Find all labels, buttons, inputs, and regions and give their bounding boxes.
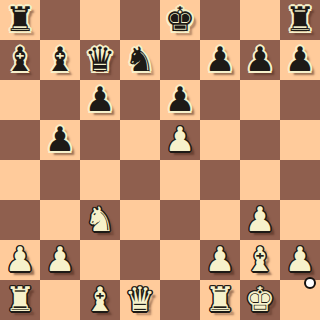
piece-black-pawn-g7[interactable]: ♟ <box>245 39 275 79</box>
square-a1[interactable]: ♜ <box>0 280 40 320</box>
square-b7[interactable]: ♝ <box>40 40 80 80</box>
square-h7[interactable]: ♟ <box>280 40 320 80</box>
square-e8[interactable]: ♚ <box>160 0 200 40</box>
piece-black-king-e8[interactable]: ♚ <box>165 0 195 39</box>
piece-black-pawn-b5[interactable]: ♟ <box>45 119 75 159</box>
square-a3[interactable] <box>0 200 40 240</box>
piece-white-queen-d1[interactable]: ♛ <box>125 279 155 319</box>
piece-black-rook-a8[interactable]: ♜ <box>5 0 35 39</box>
square-e1[interactable] <box>160 280 200 320</box>
piece-black-queen-c7[interactable]: ♛ <box>85 39 115 79</box>
square-h6[interactable] <box>280 80 320 120</box>
piece-black-pawn-f7[interactable]: ♟ <box>205 39 235 79</box>
piece-black-pawn-h7[interactable]: ♟ <box>285 39 315 79</box>
white-to-move-indicator <box>304 277 316 289</box>
square-d8[interactable] <box>120 0 160 40</box>
square-e6[interactable]: ♟ <box>160 80 200 120</box>
square-g3[interactable]: ♟ <box>240 200 280 240</box>
piece-white-rook-a1[interactable]: ♜ <box>5 279 35 319</box>
piece-black-pawn-e6[interactable]: ♟ <box>165 79 195 119</box>
piece-black-bishop-a7[interactable]: ♝ <box>5 39 35 79</box>
square-a7[interactable]: ♝ <box>0 40 40 80</box>
square-c3[interactable]: ♞ <box>80 200 120 240</box>
square-b1[interactable] <box>40 280 80 320</box>
square-c2[interactable] <box>80 240 120 280</box>
piece-white-pawn-h2[interactable]: ♟ <box>285 239 315 279</box>
piece-white-bishop-c1[interactable]: ♝ <box>85 279 115 319</box>
square-a4[interactable] <box>0 160 40 200</box>
square-f5[interactable] <box>200 120 240 160</box>
square-d4[interactable] <box>120 160 160 200</box>
square-e2[interactable] <box>160 240 200 280</box>
square-h5[interactable] <box>280 120 320 160</box>
piece-white-pawn-f2[interactable]: ♟ <box>205 239 235 279</box>
square-d6[interactable] <box>120 80 160 120</box>
square-g8[interactable] <box>240 0 280 40</box>
square-g2[interactable]: ♝ <box>240 240 280 280</box>
piece-black-knight-d7[interactable]: ♞ <box>125 39 155 79</box>
square-b8[interactable] <box>40 0 80 40</box>
square-e4[interactable] <box>160 160 200 200</box>
square-b4[interactable] <box>40 160 80 200</box>
square-b3[interactable] <box>40 200 80 240</box>
piece-white-king-g1[interactable]: ♚ <box>245 279 275 319</box>
square-f2[interactable]: ♟ <box>200 240 240 280</box>
square-g4[interactable] <box>240 160 280 200</box>
piece-black-bishop-b7[interactable]: ♝ <box>45 39 75 79</box>
square-h3[interactable] <box>280 200 320 240</box>
square-f4[interactable] <box>200 160 240 200</box>
square-f6[interactable] <box>200 80 240 120</box>
square-d5[interactable] <box>120 120 160 160</box>
piece-white-pawn-a2[interactable]: ♟ <box>5 239 35 279</box>
square-c5[interactable] <box>80 120 120 160</box>
square-e7[interactable] <box>160 40 200 80</box>
square-f8[interactable] <box>200 0 240 40</box>
square-a2[interactable]: ♟ <box>0 240 40 280</box>
square-c1[interactable]: ♝ <box>80 280 120 320</box>
square-f7[interactable]: ♟ <box>200 40 240 80</box>
square-d3[interactable] <box>120 200 160 240</box>
piece-white-rook-f1[interactable]: ♜ <box>205 279 235 319</box>
square-f1[interactable]: ♜ <box>200 280 240 320</box>
square-c8[interactable] <box>80 0 120 40</box>
piece-white-pawn-e5[interactable]: ♟ <box>165 119 195 159</box>
piece-white-pawn-b2[interactable]: ♟ <box>45 239 75 279</box>
square-d7[interactable]: ♞ <box>120 40 160 80</box>
square-g5[interactable] <box>240 120 280 160</box>
square-d1[interactable]: ♛ <box>120 280 160 320</box>
square-c6[interactable]: ♟ <box>80 80 120 120</box>
piece-black-pawn-c6[interactable]: ♟ <box>85 79 115 119</box>
square-a6[interactable] <box>0 80 40 120</box>
square-b6[interactable] <box>40 80 80 120</box>
chess-board: ♜♚♜♝♝♛♞♟♟♟♟♟♟♟♞♟♟♟♟♝♟♜♝♛♜♚ <box>0 0 320 320</box>
square-h8[interactable]: ♜ <box>280 0 320 40</box>
square-e5[interactable]: ♟ <box>160 120 200 160</box>
chess-diagram: ♜♚♜♝♝♛♞♟♟♟♟♟♟♟♞♟♟♟♟♝♟♜♝♛♜♚ <box>0 0 320 320</box>
square-b5[interactable]: ♟ <box>40 120 80 160</box>
square-h4[interactable] <box>280 160 320 200</box>
square-a5[interactable] <box>0 120 40 160</box>
square-d2[interactable] <box>120 240 160 280</box>
square-h2[interactable]: ♟ <box>280 240 320 280</box>
square-e3[interactable] <box>160 200 200 240</box>
square-g1[interactable]: ♚ <box>240 280 280 320</box>
square-a8[interactable]: ♜ <box>0 0 40 40</box>
square-c7[interactable]: ♛ <box>80 40 120 80</box>
square-g6[interactable] <box>240 80 280 120</box>
square-f3[interactable] <box>200 200 240 240</box>
square-g7[interactable]: ♟ <box>240 40 280 80</box>
piece-white-bishop-g2[interactable]: ♝ <box>245 239 275 279</box>
square-c4[interactable] <box>80 160 120 200</box>
square-b2[interactable]: ♟ <box>40 240 80 280</box>
piece-black-rook-h8[interactable]: ♜ <box>285 0 315 39</box>
piece-white-pawn-g3[interactable]: ♟ <box>245 199 275 239</box>
piece-white-knight-c3[interactable]: ♞ <box>85 199 115 239</box>
